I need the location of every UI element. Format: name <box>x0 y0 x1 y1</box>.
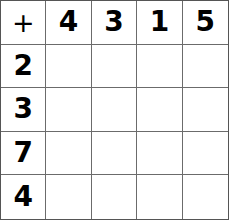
answer-cell[interactable] <box>137 132 182 176</box>
answer-cell[interactable] <box>46 88 91 132</box>
answer-cell[interactable] <box>46 175 91 219</box>
answer-cell[interactable] <box>183 132 228 176</box>
row-header-cell: 4 <box>1 175 46 219</box>
row-header-cell: 2 <box>1 45 46 89</box>
addition-table-board: +43152374 <box>0 0 229 220</box>
answer-cell[interactable] <box>92 175 137 219</box>
answer-cell[interactable] <box>92 45 137 89</box>
answer-cell[interactable] <box>46 132 91 176</box>
col-header-cell: 3 <box>92 1 137 45</box>
answer-cell[interactable] <box>92 132 137 176</box>
col-header-cell: 5 <box>183 1 228 45</box>
answer-cell[interactable] <box>137 175 182 219</box>
answer-cell[interactable] <box>183 45 228 89</box>
answer-cell[interactable] <box>46 45 91 89</box>
answer-cell[interactable] <box>137 88 182 132</box>
row-header-cell: 7 <box>1 132 46 176</box>
answer-cell[interactable] <box>183 175 228 219</box>
col-header-cell: 4 <box>46 1 91 45</box>
answer-cell[interactable] <box>92 88 137 132</box>
answer-cell[interactable] <box>183 88 228 132</box>
operator-cell: + <box>1 1 46 45</box>
col-header-cell: 1 <box>137 1 182 45</box>
answer-cell[interactable] <box>137 45 182 89</box>
row-header-cell: 3 <box>1 88 46 132</box>
